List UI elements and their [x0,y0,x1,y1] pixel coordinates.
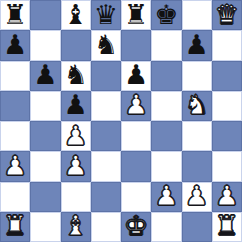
square-f3[interactable] [151,151,181,181]
square-h8[interactable]: ♛ [212,0,242,30]
square-e6[interactable]: ♟ [121,61,151,91]
piece-white-king[interactable]: ♚ [124,212,148,239]
piece-white-pawn[interactable]: ♟ [64,152,88,179]
square-c2[interactable] [61,182,91,212]
square-f4[interactable] [151,121,181,151]
square-d2[interactable] [91,182,121,212]
square-a2[interactable] [0,182,30,212]
square-d6[interactable] [91,61,121,91]
square-d4[interactable] [91,121,121,151]
square-h4[interactable] [212,121,242,151]
piece-white-pawn[interactable]: ♟ [215,182,239,209]
square-b2[interactable] [30,182,60,212]
square-d1[interactable] [91,212,121,242]
square-h3[interactable] [212,151,242,181]
piece-black-rook[interactable]: ♜ [124,1,148,28]
square-g5[interactable]: ♞ [182,91,212,121]
square-g6[interactable] [182,61,212,91]
square-f5[interactable] [151,91,181,121]
piece-white-pawn[interactable]: ♟ [185,182,209,209]
square-b5[interactable] [30,91,60,121]
square-h2[interactable]: ♟ [212,182,242,212]
piece-white-rook[interactable]: ♜ [3,212,27,239]
square-a4[interactable] [0,121,30,151]
piece-black-knight[interactable]: ♞ [64,61,88,88]
piece-white-bishop[interactable]: ♝ [64,212,88,239]
square-c8[interactable]: ♝ [61,0,91,30]
square-g2[interactable]: ♟ [182,182,212,212]
square-c7[interactable] [61,30,91,60]
square-e8[interactable]: ♜ [121,0,151,30]
square-e7[interactable] [121,30,151,60]
square-b7[interactable] [30,30,60,60]
square-d8[interactable]: ♛ [91,0,121,30]
square-c5[interactable]: ♟ [61,91,91,121]
square-h7[interactable] [212,30,242,60]
square-g4[interactable] [182,121,212,151]
piece-black-pawn[interactable]: ♟ [124,61,148,88]
square-c6[interactable]: ♞ [61,61,91,91]
piece-black-pawn[interactable]: ♟ [64,91,88,118]
piece-black-rook[interactable]: ♜ [3,1,27,28]
square-f8[interactable]: ♚ [151,0,181,30]
square-a7[interactable]: ♟ [0,30,30,60]
square-b4[interactable] [30,121,60,151]
square-e5[interactable]: ♟ [121,91,151,121]
square-c3[interactable]: ♟ [61,151,91,181]
chess-board: ♜♝♛♜♚♛♟♞♟♟♞♟♟♟♞♟♟♟♟♟♟♜♝♚♜ [0,0,242,242]
square-a8[interactable]: ♜ [0,0,30,30]
square-f6[interactable] [151,61,181,91]
square-a5[interactable] [0,91,30,121]
square-g3[interactable] [182,151,212,181]
square-e1[interactable]: ♚ [121,212,151,242]
piece-black-knight[interactable]: ♞ [94,31,118,58]
piece-white-rook[interactable]: ♜ [215,212,239,239]
square-d5[interactable] [91,91,121,121]
piece-white-pawn[interactable]: ♟ [64,122,88,149]
square-g7[interactable]: ♟ [182,30,212,60]
square-b1[interactable] [30,212,60,242]
square-d3[interactable] [91,151,121,181]
square-b6[interactable]: ♟ [30,61,60,91]
square-c4[interactable]: ♟ [61,121,91,151]
square-h1[interactable]: ♜ [212,212,242,242]
square-g8[interactable] [182,0,212,30]
piece-black-pawn[interactable]: ♟ [185,31,209,58]
square-a3[interactable]: ♟ [0,151,30,181]
piece-black-queen[interactable]: ♛ [94,1,118,28]
square-b8[interactable] [30,0,60,30]
square-f1[interactable] [151,212,181,242]
piece-white-queen[interactable]: ♛ [215,1,239,28]
square-f7[interactable] [151,30,181,60]
square-d7[interactable]: ♞ [91,30,121,60]
square-e4[interactable] [121,121,151,151]
piece-black-bishop[interactable]: ♝ [64,1,88,28]
piece-white-pawn[interactable]: ♟ [124,91,148,118]
square-g1[interactable] [182,212,212,242]
piece-black-pawn[interactable]: ♟ [33,61,57,88]
square-h6[interactable] [212,61,242,91]
piece-white-knight[interactable]: ♞ [185,91,209,118]
piece-black-pawn[interactable]: ♟ [3,31,27,58]
square-f2[interactable]: ♟ [151,182,181,212]
square-e2[interactable] [121,182,151,212]
square-e3[interactable] [121,151,151,181]
piece-white-pawn[interactable]: ♟ [3,152,27,179]
square-h5[interactable] [212,91,242,121]
square-a6[interactable] [0,61,30,91]
square-c1[interactable]: ♝ [61,212,91,242]
piece-white-pawn[interactable]: ♟ [154,182,178,209]
square-a1[interactable]: ♜ [0,212,30,242]
piece-black-king[interactable]: ♚ [154,1,178,28]
square-b3[interactable] [30,151,60,181]
